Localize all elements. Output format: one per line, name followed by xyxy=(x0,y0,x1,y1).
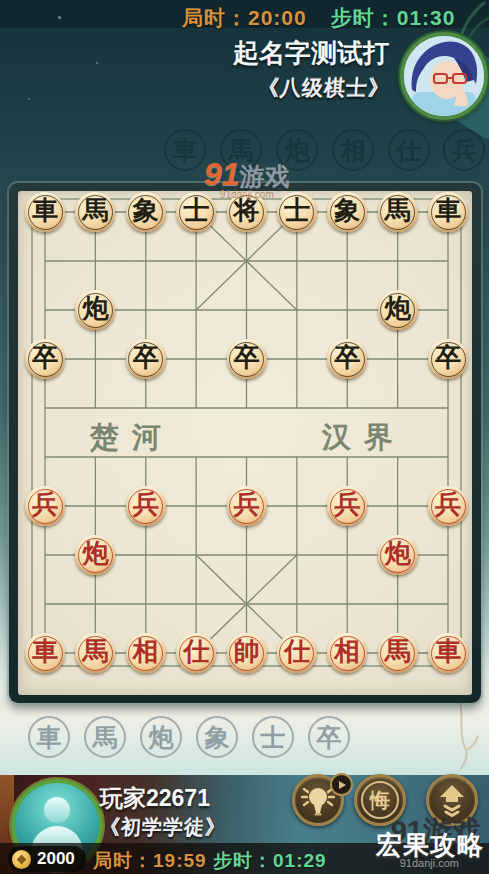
board-piece-兵[interactable]: 兵 xyxy=(126,486,166,526)
board-piece-卒[interactable]: 卒 xyxy=(126,339,166,379)
ghost-piece-兵: 兵 xyxy=(443,129,485,171)
opponent-avatar-art xyxy=(404,36,484,116)
board-piece-卒[interactable]: 卒 xyxy=(227,339,267,379)
ghost-piece-車: 車 xyxy=(28,716,70,758)
watermark-center: 91游戏 91danji.com xyxy=(204,156,290,200)
board-frame: 楚河 汉界 車馬象士将士象馬車炮炮卒卒卒卒卒兵兵兵兵兵炮炮車馬相仕帥仕相馬車 xyxy=(9,183,481,703)
watermark-corner-domain: 91danji.com xyxy=(400,857,459,869)
branch-decor xyxy=(430,700,480,770)
board-piece-車[interactable]: 車 xyxy=(428,192,468,232)
board-piece-相[interactable]: 相 xyxy=(126,633,166,673)
board-piece-炮[interactable]: 炮 xyxy=(378,290,418,330)
hint-button[interactable] xyxy=(292,774,344,826)
ghost-piece-車: 車 xyxy=(164,129,206,171)
coin-amount: 2000 xyxy=(37,849,75,869)
watermark-youxi: 游戏 xyxy=(240,162,290,190)
star-dot xyxy=(96,62,98,64)
coin-balance: 2000 xyxy=(8,846,86,872)
hint-play-icon[interactable] xyxy=(330,773,353,796)
board-piece-馬[interactable]: 馬 xyxy=(378,633,418,673)
board-piece-仕[interactable]: 仕 xyxy=(277,633,317,673)
board-piece-象[interactable]: 象 xyxy=(327,192,367,232)
watermark-91: 91 xyxy=(204,156,240,192)
opponent-rank-badge: 《八级棋士》 xyxy=(257,74,391,102)
board-piece-象[interactable]: 象 xyxy=(126,192,166,232)
board-piece-兵[interactable]: 兵 xyxy=(25,486,65,526)
move-time-label: 步时： xyxy=(331,6,397,29)
xiangqi-game-screen: 局时：20:00 步时：01:30 起名字测试打 《八级棋士》 車馬炮相仕兵 車… xyxy=(0,0,489,874)
river-label-left: 楚河 xyxy=(90,418,174,458)
player-rank-badge: 《初学学徒》 xyxy=(99,814,227,841)
opponent-name: 起名字测试打 xyxy=(233,36,389,71)
river-label-right: 汉界 xyxy=(322,418,406,458)
person-icon xyxy=(44,797,70,823)
opponent-timers: 局时：20:00 步时：01:30 xyxy=(182,4,455,32)
board-piece-車[interactable]: 車 xyxy=(25,192,65,232)
board-piece-兵[interactable]: 兵 xyxy=(227,486,267,526)
board-piece-兵[interactable]: 兵 xyxy=(327,486,367,526)
game-time-value: 20:00 xyxy=(248,6,307,29)
player-move-timer: 步时：01:29 xyxy=(213,848,327,874)
board-piece-帥[interactable]: 帥 xyxy=(227,633,267,673)
player-game-timer: 局时：19:59 xyxy=(93,848,207,874)
game-time-label: 局时： xyxy=(182,6,248,29)
board-piece-卒[interactable]: 卒 xyxy=(327,339,367,379)
star-dot xyxy=(28,98,30,100)
ghost-piece-相: 相 xyxy=(332,129,374,171)
undo-label: 悔 xyxy=(370,787,390,814)
board-piece-卒[interactable]: 卒 xyxy=(428,339,468,379)
board-piece-馬[interactable]: 馬 xyxy=(378,192,418,232)
board-piece-卒[interactable]: 卒 xyxy=(25,339,65,379)
ghost-piece-炮: 炮 xyxy=(140,716,182,758)
star-dot xyxy=(58,16,61,19)
opponent-avatar[interactable] xyxy=(400,32,488,120)
opponent-move-timer: 步时：01:30 xyxy=(331,4,456,32)
coin-icon xyxy=(12,850,31,869)
ghost-piece-馬: 馬 xyxy=(84,716,126,758)
board-piece-仕[interactable]: 仕 xyxy=(176,633,216,673)
player-name: 玩家22671 xyxy=(100,783,210,814)
move-time-value: 01:30 xyxy=(397,6,456,29)
ghost-piece-仕: 仕 xyxy=(388,129,430,171)
board-piece-車[interactable]: 車 xyxy=(25,633,65,673)
ghost-piece-卒: 卒 xyxy=(308,716,350,758)
board-piece-兵[interactable]: 兵 xyxy=(428,486,468,526)
ghost-piece-象: 象 xyxy=(196,716,238,758)
board-piece-炮[interactable]: 炮 xyxy=(378,535,418,575)
board-piece-相[interactable]: 相 xyxy=(327,633,367,673)
ghost-piece-士: 士 xyxy=(252,716,294,758)
board-piece-車[interactable]: 車 xyxy=(428,633,468,673)
board-surface[interactable]: 楚河 汉界 車馬象士将士象馬車炮炮卒卒卒卒卒兵兵兵兵兵炮炮車馬相仕帥仕相馬車 xyxy=(18,191,472,695)
opponent-game-timer: 局时：20:00 xyxy=(182,4,307,32)
